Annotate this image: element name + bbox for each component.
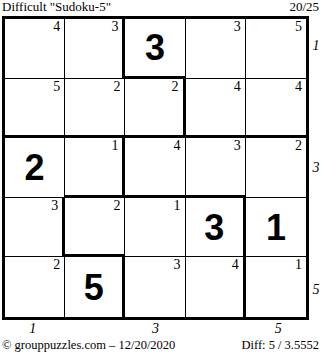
cell-clue: 1	[295, 257, 302, 273]
difficulty-text: Diff: 5 / 3.5552	[241, 338, 319, 352]
row-label-1: 1	[311, 16, 321, 77]
cell-clue: 2	[295, 138, 302, 154]
col-label-5: 5	[248, 321, 309, 336]
cell-r4c1[interactable]: 3	[5, 198, 65, 258]
cell-r5c5[interactable]: 1	[246, 257, 306, 317]
cell-r1c2[interactable]: 3	[65, 19, 125, 79]
cell-r3c1[interactable]: 2	[5, 138, 65, 198]
cell-r3c3[interactable]: 4	[125, 138, 185, 198]
cell-r5c2[interactable]: 5	[65, 257, 125, 317]
cell-clue: 3	[111, 19, 118, 35]
cell-clue: 2	[113, 79, 120, 95]
cell-clue: 4	[53, 19, 60, 35]
cell-clue: 1	[111, 138, 118, 154]
col-label-2	[63, 321, 124, 336]
cell-r2c2[interactable]: 2	[65, 79, 125, 139]
cell-r3c4[interactable]: 3	[186, 138, 246, 198]
cell-r1c5[interactable]: 5	[246, 19, 306, 79]
cell-value: 3	[145, 28, 165, 66]
cell-clue: 4	[232, 257, 239, 273]
cell-clue: 2	[172, 79, 179, 95]
cell-r4c2[interactable]: 2	[65, 198, 125, 258]
cell-clue: 1	[174, 198, 181, 214]
row-label-4	[311, 198, 321, 259]
cell-clue: 3	[234, 138, 241, 154]
cell-clue: 4	[174, 138, 181, 154]
cell-clue: 5	[53, 79, 60, 95]
cell-r1c1[interactable]: 4	[5, 19, 65, 79]
cell-r2c5[interactable]: 4	[246, 79, 306, 139]
cell-r5c4[interactable]: 4	[186, 257, 246, 317]
clue-counter: 20/25	[289, 0, 319, 14]
cell-clue: 3	[234, 19, 241, 35]
cell-r3c5[interactable]: 2	[246, 138, 306, 198]
footer: © grouppuzzles.com – 12/20/2020 Diff: 5 …	[2, 338, 319, 354]
cell-clue: 3	[51, 198, 58, 214]
cell-r4c4[interactable]: 3	[186, 198, 246, 258]
cell-r5c1[interactable]: 2	[5, 257, 65, 317]
col-labels: 135	[2, 321, 309, 336]
row-label-2	[311, 77, 321, 138]
cell-value: 1	[266, 208, 286, 246]
cell-clue: 4	[234, 79, 241, 95]
cell-r3c2[interactable]: 1	[65, 138, 125, 198]
cell-clue: 3	[174, 257, 181, 273]
cell-r2c3[interactable]: 2	[125, 79, 185, 139]
col-label-1: 1	[2, 321, 63, 336]
cell-value: 2	[25, 148, 45, 186]
cell-r1c3[interactable]: 3	[125, 19, 185, 79]
cell-r4c3[interactable]: 1	[125, 198, 185, 258]
cell-r4c5[interactable]: 1	[246, 198, 306, 258]
col-label-4	[186, 321, 247, 336]
titlebar: Difficult "Sudoku-5" 20/25	[2, 0, 319, 15]
cell-value: 3	[204, 208, 224, 246]
page-title: Difficult "Sudoku-5"	[2, 0, 111, 14]
cell-r2c4[interactable]: 4	[186, 79, 246, 139]
board: 4333552244214323213125341	[2, 16, 309, 320]
cell-r1c4[interactable]: 3	[186, 19, 246, 79]
cell-clue: 2	[113, 198, 120, 214]
row-labels: 135	[311, 16, 321, 320]
cell-r5c3[interactable]: 3	[125, 257, 185, 317]
row-label-5: 5	[311, 259, 321, 320]
cell-clue: 4	[295, 79, 302, 95]
row-label-3: 3	[311, 138, 321, 199]
col-label-3: 3	[125, 321, 186, 336]
copyright-text: © grouppuzzles.com – 12/20/2020	[2, 338, 175, 352]
cell-value: 5	[84, 268, 104, 306]
cell-clue: 5	[295, 19, 302, 35]
cell-clue: 2	[53, 257, 60, 273]
cell-r2c1[interactable]: 5	[5, 79, 65, 139]
